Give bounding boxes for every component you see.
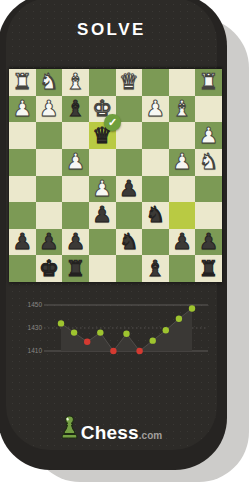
square-a1[interactable]: ♜ — [195, 69, 222, 96]
white-rook: ♜ — [12, 71, 32, 93]
white-pawn: ♟ — [12, 98, 32, 120]
square-a6[interactable] — [195, 202, 222, 229]
square-g7[interactable]: ♟ — [36, 229, 63, 256]
black-pawn: ♟ — [119, 178, 139, 200]
square-b4[interactable]: ♟ — [169, 149, 196, 176]
check-icon: ✓ — [108, 117, 117, 128]
square-f1[interactable]: ♝ — [62, 69, 89, 96]
rating-point-11-win — [189, 305, 195, 311]
rating-point-8-win — [150, 337, 156, 343]
square-d1[interactable]: ♛ — [116, 69, 143, 96]
square-e6[interactable]: ♟ — [89, 202, 116, 229]
chesscom-pawn-icon — [61, 413, 78, 442]
square-b1[interactable] — [169, 69, 196, 96]
rating-chart: 145014301410 — [22, 295, 218, 363]
square-e4[interactable] — [89, 149, 116, 176]
square-h3[interactable] — [9, 122, 36, 149]
rating-point-3-loss — [84, 339, 90, 345]
square-g6[interactable] — [36, 202, 63, 229]
correct-move-badge: ✓ — [104, 114, 121, 131]
rating-area — [61, 308, 192, 351]
rating-point-5-loss — [110, 348, 116, 354]
square-e8[interactable] — [89, 255, 116, 282]
ytick-1450: 1450 — [28, 301, 43, 308]
square-f5[interactable] — [62, 176, 89, 203]
black-pawn: ♟ — [92, 204, 112, 226]
square-c4[interactable] — [142, 149, 169, 176]
black-pawn: ♟ — [12, 231, 32, 253]
square-f4[interactable]: ♟ — [62, 149, 89, 176]
square-e1[interactable] — [89, 69, 116, 96]
square-f8[interactable]: ♜ — [62, 255, 89, 282]
square-g1[interactable]: ♞ — [36, 69, 63, 96]
square-g3[interactable] — [36, 122, 63, 149]
square-g4[interactable] — [36, 149, 63, 176]
black-bishop: ♝ — [66, 98, 86, 120]
rating-point-7-loss — [136, 348, 142, 354]
square-c2[interactable]: ♟ — [142, 96, 169, 123]
brand-tld: .com — [139, 431, 162, 441]
black-pawn: ♟ — [172, 231, 192, 253]
square-d5[interactable]: ♟ — [116, 176, 143, 203]
square-a5[interactable] — [195, 176, 222, 203]
rating-point-2-win — [71, 329, 77, 335]
square-b5[interactable] — [169, 176, 196, 203]
chesscom-logo: Chess .com — [0, 406, 225, 442]
square-c6[interactable]: ♞ — [142, 202, 169, 229]
square-h4[interactable] — [9, 149, 36, 176]
square-b2[interactable]: ♝ — [169, 96, 196, 123]
black-rook: ♜ — [199, 258, 219, 280]
square-e7[interactable] — [89, 229, 116, 256]
square-a7[interactable]: ♟ — [195, 229, 222, 256]
square-c5[interactable] — [142, 176, 169, 203]
square-c3[interactable] — [142, 122, 169, 149]
page-title: SOLVE — [0, 20, 225, 40]
black-pawn: ♟ — [39, 231, 59, 253]
white-pawn: ♟ — [92, 178, 112, 200]
white-rook: ♜ — [199, 71, 219, 93]
white-pawn: ♟ — [172, 151, 192, 173]
black-pawn: ♟ — [199, 231, 219, 253]
square-h5[interactable] — [9, 176, 36, 203]
ytick-1430: 1430 — [28, 324, 43, 331]
black-knight: ♞ — [119, 231, 139, 253]
square-f6[interactable] — [62, 202, 89, 229]
square-c1[interactable] — [142, 69, 169, 96]
white-pawn: ♟ — [146, 98, 166, 120]
black-king: ♚ — [39, 258, 59, 280]
square-d8[interactable] — [116, 255, 143, 282]
square-h8[interactable] — [9, 255, 36, 282]
white-pawn: ♟ — [199, 125, 219, 147]
black-bishop: ♝ — [146, 258, 166, 280]
square-d7[interactable]: ♞ — [116, 229, 143, 256]
square-c7[interactable] — [142, 229, 169, 256]
square-g2[interactable]: ♟ — [36, 96, 63, 123]
square-b3[interactable] — [169, 122, 196, 149]
square-f2[interactable]: ♝ — [62, 96, 89, 123]
rating-point-9-win — [163, 327, 169, 333]
square-g8[interactable]: ♚ — [36, 255, 63, 282]
square-f7[interactable]: ♟ — [62, 229, 89, 256]
square-b6[interactable] — [169, 202, 196, 229]
square-b8[interactable] — [169, 255, 196, 282]
rating-point-10-win — [176, 316, 182, 322]
square-f3[interactable] — [62, 122, 89, 149]
square-h6[interactable] — [9, 202, 36, 229]
rating-point-6-win — [123, 331, 129, 337]
square-a4[interactable]: ♞ — [195, 149, 222, 176]
chess-board[interactable]: ✓ ♜♞♝♛♜♟♟♝♚♟♝♛♟♟♟♞♟♟♟♞♟♟♟♞♟♟♚♜♝♜ — [9, 69, 222, 282]
white-bishop: ♝ — [66, 71, 86, 93]
square-h1[interactable]: ♜ — [9, 69, 36, 96]
square-a8[interactable]: ♜ — [195, 255, 222, 282]
square-g5[interactable] — [36, 176, 63, 203]
brand-text: Chess — [81, 423, 139, 442]
white-knight: ♞ — [199, 151, 219, 173]
phone-frame: SOLVE ✓ ♜♞♝♛♜♟♟♝♚♟♝♛♟♟♟♞♟♟♟♞♟♟♟♞♟♟♚♜♝♜ 1… — [0, 0, 227, 470]
white-pawn: ♟ — [39, 98, 59, 120]
black-rook: ♜ — [66, 258, 86, 280]
white-knight: ♞ — [39, 71, 59, 93]
white-queen: ♛ — [119, 71, 139, 93]
square-d4[interactable] — [116, 149, 143, 176]
ytick-1410: 1410 — [28, 347, 43, 354]
square-h2[interactable]: ♟ — [9, 96, 36, 123]
rating-point-1-win — [58, 320, 64, 326]
white-bishop: ♝ — [172, 98, 192, 120]
black-knight: ♞ — [146, 204, 166, 226]
square-b7[interactable]: ♟ — [169, 229, 196, 256]
square-h7[interactable]: ♟ — [9, 229, 36, 256]
square-c8[interactable]: ♝ — [142, 255, 169, 282]
rating-point-4-win — [97, 329, 103, 335]
square-d6[interactable] — [116, 202, 143, 229]
square-a3[interactable]: ♟ — [195, 122, 222, 149]
black-pawn: ♟ — [66, 231, 86, 253]
square-a2[interactable] — [195, 96, 222, 123]
white-pawn: ♟ — [66, 151, 86, 173]
square-e5[interactable]: ♟ — [89, 176, 116, 203]
